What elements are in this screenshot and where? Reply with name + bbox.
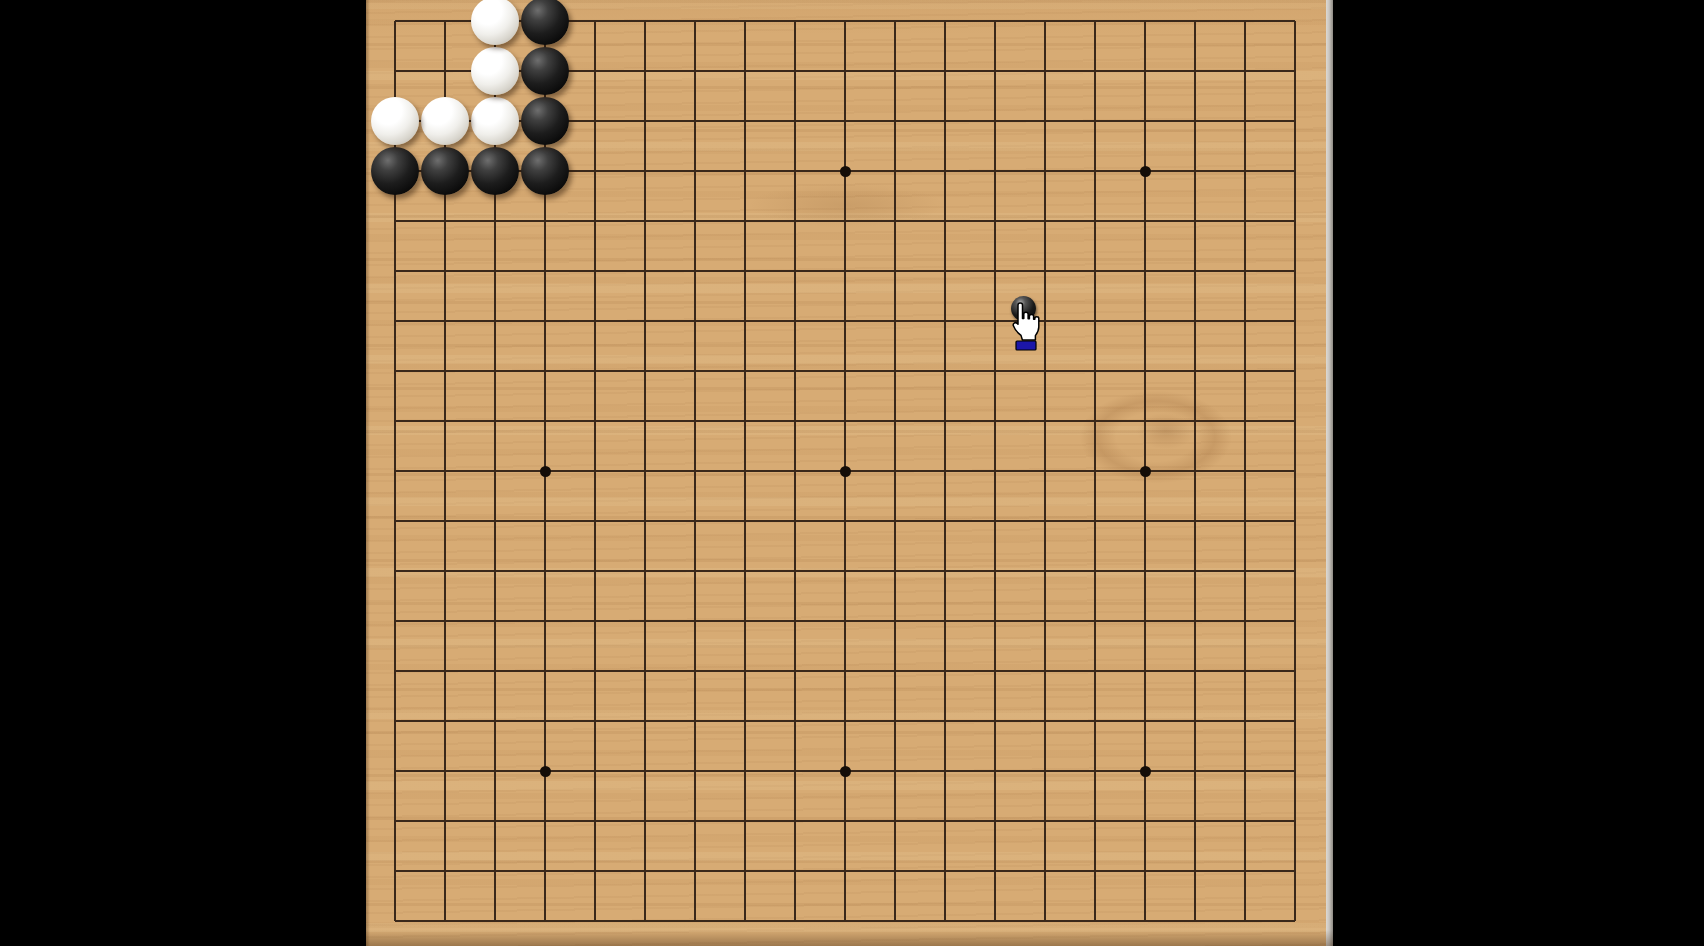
white-stone	[371, 97, 419, 145]
white-stone	[471, 97, 519, 145]
star-point	[840, 466, 851, 477]
white-stone	[421, 97, 469, 145]
black-stone	[521, 97, 569, 145]
black-stone	[421, 147, 469, 195]
go-board[interactable]	[366, 0, 1333, 946]
star-point	[1140, 166, 1151, 177]
star-point	[1140, 466, 1151, 477]
star-point	[540, 766, 551, 777]
star-point	[840, 766, 851, 777]
black-stone	[371, 147, 419, 195]
black-stone	[471, 147, 519, 195]
black-stone	[521, 147, 569, 195]
app-background	[0, 0, 1704, 946]
star-point	[840, 166, 851, 177]
cursor-hand-holding-black-stone	[1005, 293, 1047, 355]
cursor-cuff	[1016, 341, 1036, 350]
hand-pointer-icon	[1007, 301, 1041, 351]
star-point	[540, 466, 551, 477]
board-side-edge	[1326, 0, 1333, 946]
black-stone	[521, 47, 569, 95]
star-point	[1140, 766, 1151, 777]
white-stone	[471, 47, 519, 95]
cursor-hand-shape	[1013, 303, 1039, 340]
